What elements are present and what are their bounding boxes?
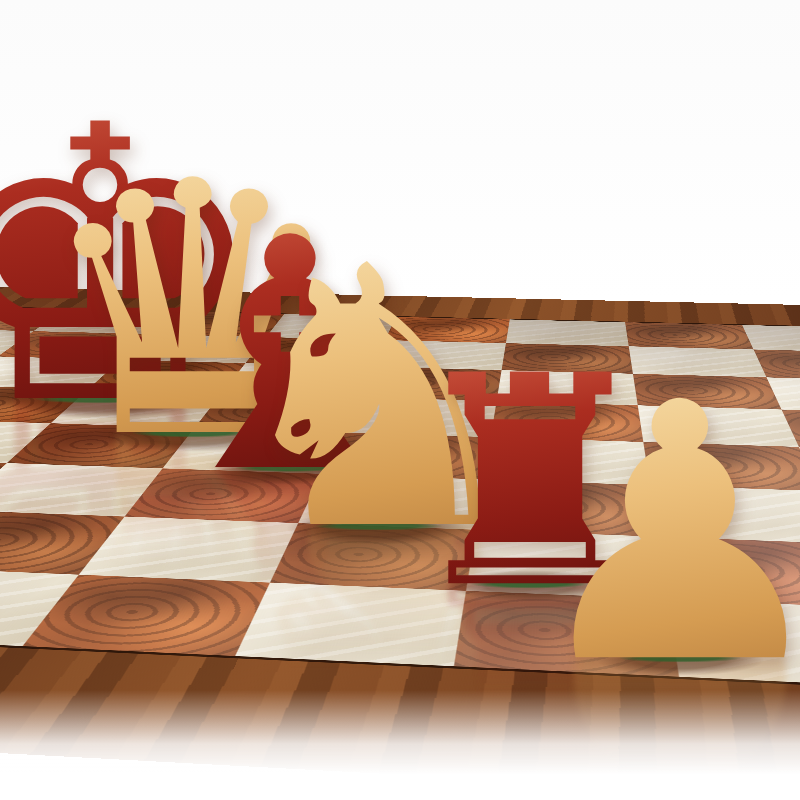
chess-product-photo: ♚ ♛ ♝ ♞ ♜ ♟ ♚ ♛ ♝ ♞ ♜ ♟ <box>0 0 800 800</box>
board-squares <box>0 306 800 698</box>
square-d5 <box>195 393 358 432</box>
square-f3 <box>476 479 658 536</box>
square-g7 <box>629 346 767 377</box>
square-e1 <box>235 583 466 667</box>
square-f4 <box>484 437 650 485</box>
square-d6 <box>222 363 373 397</box>
square-f6 <box>497 370 638 405</box>
square-g2 <box>658 537 800 608</box>
square-f2 <box>466 530 667 599</box>
square-e5 <box>341 397 496 437</box>
square-f7 <box>502 343 633 374</box>
square-g8 <box>625 322 753 349</box>
square-f5 <box>491 401 644 442</box>
background-top <box>0 0 800 300</box>
square-e3 <box>298 474 484 530</box>
square-d4 <box>163 428 342 474</box>
square-d8 <box>266 314 396 340</box>
square-c8 <box>149 311 284 337</box>
square-e8 <box>385 317 510 343</box>
square-g6 <box>633 374 782 410</box>
square-d7 <box>245 337 385 367</box>
square-g3 <box>650 485 800 544</box>
square-e2 <box>270 523 476 591</box>
square-e7 <box>372 340 505 370</box>
square-f8 <box>506 319 629 346</box>
square-g5 <box>638 405 799 447</box>
square-e6 <box>358 367 502 402</box>
square-g1 <box>667 599 800 687</box>
square-f1 <box>454 591 679 677</box>
square-e4 <box>322 432 491 479</box>
chess-board <box>0 284 800 800</box>
square-g4 <box>643 442 800 491</box>
